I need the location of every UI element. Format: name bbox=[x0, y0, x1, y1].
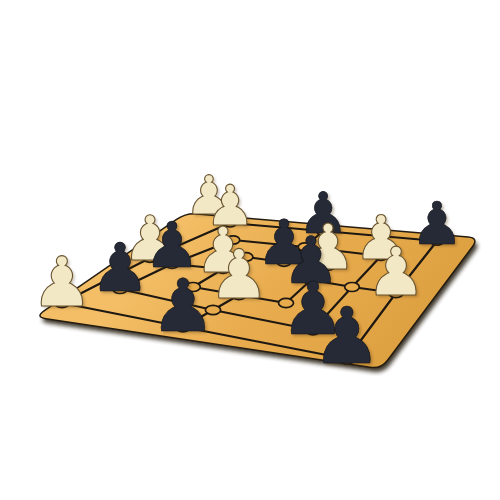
white-pawn-a1[interactable]: ♟ bbox=[31, 248, 93, 317]
product-photo: ♟♟♟♟♟♟♟♟♟♟♟♟♟♟♟♟♟♟ bbox=[0, 0, 500, 500]
black-pawn-g1[interactable]: ♟ bbox=[312, 297, 382, 375]
black-pawn-b2[interactable]: ♟ bbox=[90, 235, 150, 302]
black-pawn-d1[interactable]: ♟ bbox=[150, 269, 215, 342]
white-pawn-d3[interactable]: ♟ bbox=[209, 241, 270, 309]
